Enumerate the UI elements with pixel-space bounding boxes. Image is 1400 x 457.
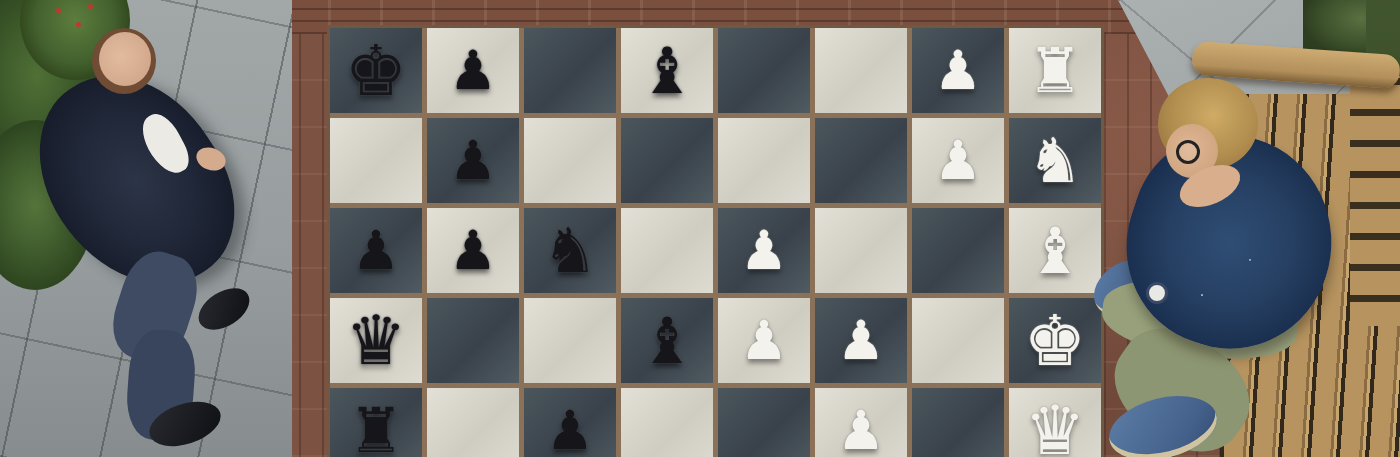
- piece-black-pawn: ♟: [352, 224, 400, 278]
- bench-back-rails: [1350, 76, 1400, 326]
- piece-white-knight: ♞: [1027, 130, 1083, 192]
- piece-black-knight: ♞: [542, 220, 598, 282]
- square-r5c3: ♟: [524, 388, 616, 457]
- piece-black-bishop: ♝: [638, 39, 695, 103]
- square-r5c2: [427, 388, 519, 457]
- square-r4c2: [427, 298, 519, 383]
- chess-board: ♚♟♝♟♜♟♟♞♟♟♞♟♝♛♝♟♟♚♜♟♟♛: [330, 28, 1101, 457]
- square-r3c7: [912, 208, 1004, 293]
- piece-black-pawn: ♟: [449, 44, 497, 98]
- head: [99, 32, 151, 86]
- piece-white-rook: ♜: [1027, 40, 1083, 102]
- piece-white-pawn: ♟: [934, 134, 982, 188]
- piece-black-pawn: ♟: [449, 224, 497, 278]
- square-r1c4: ♝: [621, 28, 713, 113]
- piece-white-bishop: ♝: [1026, 219, 1083, 283]
- square-r1c2: ♟: [427, 28, 519, 113]
- square-r1c6: [815, 28, 907, 113]
- square-r5c8: ♛: [1009, 388, 1101, 457]
- square-r2c2: ♟: [427, 118, 519, 203]
- piece-black-queen: ♛: [346, 307, 407, 375]
- piece-black-bishop: ♝: [638, 309, 695, 373]
- square-r5c7: [912, 388, 1004, 457]
- square-r3c3: ♞: [524, 208, 616, 293]
- piece-white-pawn: ♟: [837, 314, 885, 368]
- square-r4c6: ♟: [815, 298, 907, 383]
- street-chess-photo: ♚♟♝♟♜♟♟♞♟♟♞♟♝♛♝♟♟♚♜♟♟♛: [0, 0, 1400, 457]
- square-r2c3: [524, 118, 616, 203]
- square-r4c5: ♟: [718, 298, 810, 383]
- square-r3c8: ♝: [1009, 208, 1101, 293]
- glasses: [1176, 140, 1200, 164]
- square-r3c1: ♟: [330, 208, 422, 293]
- square-r2c1: [330, 118, 422, 203]
- piece-black-king: ♚: [345, 36, 408, 106]
- square-r5c6: ♟: [815, 388, 907, 457]
- square-r3c2: ♟: [427, 208, 519, 293]
- square-r4c4: ♝: [621, 298, 713, 383]
- square-r2c6: [815, 118, 907, 203]
- wristwatch: [1146, 282, 1168, 304]
- piece-white-pawn: ♟: [837, 404, 885, 457]
- red-flower: [76, 22, 81, 27]
- square-r1c1: ♚: [330, 28, 422, 113]
- square-r1c8: ♜: [1009, 28, 1101, 113]
- square-r3c6: [815, 208, 907, 293]
- piece-black-rook: ♜: [348, 400, 404, 457]
- square-r4c3: [524, 298, 616, 383]
- red-flower: [88, 4, 93, 9]
- square-r1c5: [718, 28, 810, 113]
- piece-white-king: ♚: [1024, 306, 1087, 376]
- piece-white-pawn: ♟: [934, 44, 982, 98]
- square-r4c8: ♚: [1009, 298, 1101, 383]
- square-r2c7: ♟: [912, 118, 1004, 203]
- piece-white-pawn: ♟: [740, 224, 788, 278]
- square-r4c1: ♛: [330, 298, 422, 383]
- square-r2c5: [718, 118, 810, 203]
- square-r1c3: [524, 28, 616, 113]
- piece-black-pawn: ♟: [546, 404, 594, 457]
- piece-white-pawn: ♟: [740, 314, 788, 368]
- square-r5c4: [621, 388, 713, 457]
- square-r1c7: ♟: [912, 28, 1004, 113]
- red-flower: [56, 8, 61, 13]
- piece-black-pawn: ♟: [449, 134, 497, 188]
- square-r2c4: [621, 118, 713, 203]
- square-r3c4: [621, 208, 713, 293]
- square-r5c1: ♜: [330, 388, 422, 457]
- square-r2c8: ♞: [1009, 118, 1101, 203]
- square-r5c5: [718, 388, 810, 457]
- piece-white-queen: ♛: [1025, 397, 1086, 457]
- square-r4c7: [912, 298, 1004, 383]
- square-r3c5: ♟: [718, 208, 810, 293]
